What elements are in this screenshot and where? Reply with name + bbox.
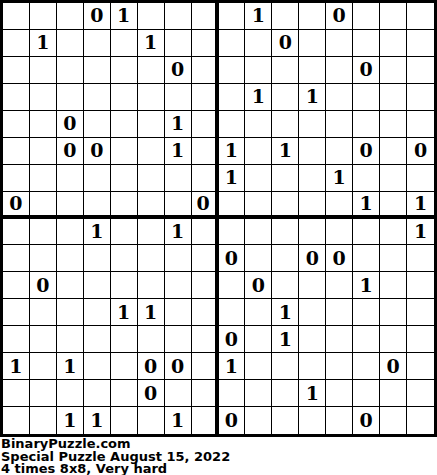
cell-r9c16[interactable]: 1 [407, 219, 434, 246]
cell-r16c16[interactable] [407, 407, 434, 434]
cell-r15c1[interactable] [3, 380, 30, 407]
cell-r14c8[interactable] [192, 353, 219, 380]
cell-r14c5[interactable] [111, 353, 138, 380]
cell-r10c2[interactable] [30, 245, 57, 272]
cell-r2c11[interactable]: 0 [272, 30, 299, 57]
cell-r14c16[interactable] [407, 353, 434, 380]
cell-r15c4[interactable] [84, 380, 111, 407]
cell-r1c10[interactable]: 1 [245, 3, 272, 30]
cell-r14c3[interactable]: 1 [57, 353, 84, 380]
cell-r2c12[interactable] [299, 30, 326, 57]
cell-r6c3[interactable]: 0 [57, 138, 84, 165]
cell-r4c5[interactable] [111, 84, 138, 111]
cell-r8c12[interactable] [299, 192, 326, 219]
board: 0110110001101001110011001111100000111101… [0, 0, 437, 437]
cell-r13c7[interactable] [165, 326, 192, 353]
cell-r8c16[interactable]: 1 [407, 192, 434, 219]
cell-r3c3[interactable] [57, 57, 84, 84]
cell-r6c14[interactable]: 0 [353, 138, 380, 165]
cell-r6c9[interactable]: 1 [219, 138, 246, 165]
cell-r8c9[interactable] [219, 192, 246, 219]
cell-r3c14[interactable]: 0 [353, 57, 380, 84]
cell-r6c2[interactable] [30, 138, 57, 165]
cell-r11c5[interactable] [111, 272, 138, 299]
cell-r12c3[interactable] [57, 299, 84, 326]
cell-r5c15[interactable] [380, 111, 407, 138]
cell-r3c6[interactable] [138, 57, 165, 84]
cell-r6c4[interactable]: 0 [84, 138, 111, 165]
cell-r13c12[interactable] [299, 326, 326, 353]
cell-r14c15[interactable]: 0 [380, 353, 407, 380]
cell-r16c5[interactable] [111, 407, 138, 434]
cell-r1c2[interactable] [30, 3, 57, 30]
cell-r11c14[interactable]: 1 [353, 272, 380, 299]
cell-r2c6[interactable]: 1 [138, 30, 165, 57]
cell-r4c9[interactable] [219, 84, 246, 111]
cell-r4c13[interactable] [326, 84, 353, 111]
cell-r7c3[interactable] [57, 165, 84, 192]
cell-r16c3[interactable]: 1 [57, 407, 84, 434]
cell-r3c10[interactable] [245, 57, 272, 84]
cell-r4c2[interactable] [30, 84, 57, 111]
cell-r3c11[interactable] [272, 57, 299, 84]
cell-r11c15[interactable] [380, 272, 407, 299]
cell-r15c14[interactable] [353, 380, 380, 407]
cell-r6c5[interactable] [111, 138, 138, 165]
cell-r3c9[interactable] [219, 57, 246, 84]
cell-r13c6[interactable] [138, 326, 165, 353]
cell-r15c9[interactable] [219, 380, 246, 407]
cell-r2c16[interactable] [407, 30, 434, 57]
cell-r15c15[interactable] [380, 380, 407, 407]
cell-r3c16[interactable] [407, 57, 434, 84]
cell-r5c8[interactable] [192, 111, 219, 138]
cell-r5c9[interactable] [219, 111, 246, 138]
cell-r15c5[interactable] [111, 380, 138, 407]
cell-r10c12[interactable]: 0 [299, 245, 326, 272]
cell-r14c1[interactable]: 1 [3, 353, 30, 380]
cell-r15c16[interactable] [407, 380, 434, 407]
cell-r14c2[interactable] [30, 353, 57, 380]
cell-r7c10[interactable] [245, 165, 272, 192]
cell-r10c1[interactable] [3, 245, 30, 272]
cell-r3c15[interactable] [380, 57, 407, 84]
cell-r5c14[interactable] [353, 111, 380, 138]
cell-r6c12[interactable] [299, 138, 326, 165]
cell-r11c3[interactable] [57, 272, 84, 299]
cell-r1c4[interactable]: 0 [84, 3, 111, 30]
cell-r2c15[interactable] [380, 30, 407, 57]
cell-r14c7[interactable]: 0 [165, 353, 192, 380]
cell-r12c4[interactable] [84, 299, 111, 326]
cell-r12c13[interactable] [326, 299, 353, 326]
cell-r9c13[interactable] [326, 219, 353, 246]
cell-r11c10[interactable]: 0 [245, 272, 272, 299]
cell-r2c2[interactable]: 1 [30, 30, 57, 57]
cell-r10c11[interactable] [272, 245, 299, 272]
cell-r3c5[interactable] [111, 57, 138, 84]
cell-r9c9[interactable] [219, 219, 246, 246]
cell-r4c14[interactable] [353, 84, 380, 111]
cell-r8c15[interactable] [380, 192, 407, 219]
cell-r15c7[interactable] [165, 380, 192, 407]
cell-r16c13[interactable] [326, 407, 353, 434]
cell-r10c7[interactable] [165, 245, 192, 272]
cell-r16c11[interactable] [272, 407, 299, 434]
cell-r16c6[interactable] [138, 407, 165, 434]
cell-r13c16[interactable] [407, 326, 434, 353]
cell-r8c13[interactable] [326, 192, 353, 219]
cell-r16c2[interactable] [30, 407, 57, 434]
cell-r7c8[interactable] [192, 165, 219, 192]
cell-r11c2[interactable]: 0 [30, 272, 57, 299]
cell-r16c1[interactable] [3, 407, 30, 434]
cell-r11c7[interactable] [165, 272, 192, 299]
cell-r9c2[interactable] [30, 219, 57, 246]
cell-r13c14[interactable] [353, 326, 380, 353]
cell-r12c15[interactable] [380, 299, 407, 326]
cell-r2c8[interactable] [192, 30, 219, 57]
cell-r12c14[interactable] [353, 299, 380, 326]
cell-r11c6[interactable] [138, 272, 165, 299]
cell-r2c4[interactable] [84, 30, 111, 57]
cell-r4c8[interactable] [192, 84, 219, 111]
cell-r8c11[interactable] [272, 192, 299, 219]
cell-r14c11[interactable] [272, 353, 299, 380]
cell-r8c1[interactable]: 0 [3, 192, 30, 219]
caption: BinaryPuzzle.com Special Puzzle August 1… [0, 437, 437, 475]
cell-r1c7[interactable] [165, 3, 192, 30]
cell-r5c16[interactable] [407, 111, 434, 138]
cell-r4c10[interactable]: 1 [245, 84, 272, 111]
cell-r10c3[interactable] [57, 245, 84, 272]
cell-r13c15[interactable] [380, 326, 407, 353]
cell-r16c7[interactable]: 1 [165, 407, 192, 434]
cell-r7c7[interactable] [165, 165, 192, 192]
cell-r13c8[interactable] [192, 326, 219, 353]
cell-r12c10[interactable] [245, 299, 272, 326]
cell-r1c1[interactable] [3, 3, 30, 30]
cell-r13c10[interactable] [245, 326, 272, 353]
cell-r1c11[interactable] [272, 3, 299, 30]
cell-r9c12[interactable] [299, 219, 326, 246]
cell-r15c6[interactable]: 0 [138, 380, 165, 407]
cell-r2c13[interactable] [326, 30, 353, 57]
cell-r9c14[interactable] [353, 219, 380, 246]
cell-r3c12[interactable] [299, 57, 326, 84]
cell-r7c1[interactable] [3, 165, 30, 192]
cell-r12c2[interactable] [30, 299, 57, 326]
cell-r4c15[interactable] [380, 84, 407, 111]
cell-r10c6[interactable] [138, 245, 165, 272]
cell-r6c1[interactable] [3, 138, 30, 165]
cell-r16c15[interactable] [380, 407, 407, 434]
cell-r9c6[interactable] [138, 219, 165, 246]
cell-r5c13[interactable] [326, 111, 353, 138]
cell-r6c11[interactable]: 1 [272, 138, 299, 165]
cell-r15c12[interactable]: 1 [299, 380, 326, 407]
cell-r1c3[interactable] [57, 3, 84, 30]
cell-r8c10[interactable] [245, 192, 272, 219]
cell-r14c14[interactable] [353, 353, 380, 380]
cell-r3c1[interactable] [3, 57, 30, 84]
cell-r10c15[interactable] [380, 245, 407, 272]
cell-r11c11[interactable] [272, 272, 299, 299]
cell-r7c11[interactable] [272, 165, 299, 192]
cell-r10c13[interactable]: 0 [326, 245, 353, 272]
cell-r14c13[interactable] [326, 353, 353, 380]
cell-r8c6[interactable] [138, 192, 165, 219]
cell-r1c12[interactable] [299, 3, 326, 30]
cell-r1c15[interactable] [380, 3, 407, 30]
cell-r16c12[interactable] [299, 407, 326, 434]
cell-r8c3[interactable] [57, 192, 84, 219]
cell-r12c1[interactable] [3, 299, 30, 326]
cell-r16c4[interactable]: 1 [84, 407, 111, 434]
cell-r2c9[interactable] [219, 30, 246, 57]
cell-r5c7[interactable]: 1 [165, 111, 192, 138]
cell-r7c15[interactable] [380, 165, 407, 192]
cell-r11c8[interactable] [192, 272, 219, 299]
cell-r2c10[interactable] [245, 30, 272, 57]
cell-r11c9[interactable] [219, 272, 246, 299]
cell-r14c6[interactable]: 0 [138, 353, 165, 380]
cell-r12c9[interactable] [219, 299, 246, 326]
cell-r7c5[interactable] [111, 165, 138, 192]
cell-r10c5[interactable] [111, 245, 138, 272]
cell-r4c12[interactable]: 1 [299, 84, 326, 111]
cell-r5c1[interactable] [3, 111, 30, 138]
cell-r15c2[interactable] [30, 380, 57, 407]
cell-r5c12[interactable] [299, 111, 326, 138]
cell-r8c7[interactable] [165, 192, 192, 219]
cell-r10c16[interactable] [407, 245, 434, 272]
cell-r5c2[interactable] [30, 111, 57, 138]
cell-r8c14[interactable]: 1 [353, 192, 380, 219]
cell-r3c7[interactable]: 0 [165, 57, 192, 84]
cell-r9c8[interactable] [192, 219, 219, 246]
cell-r15c3[interactable] [57, 380, 84, 407]
cell-r5c6[interactable] [138, 111, 165, 138]
cell-r14c4[interactable] [84, 353, 111, 380]
cell-r12c7[interactable] [165, 299, 192, 326]
cell-r6c6[interactable] [138, 138, 165, 165]
cell-r9c11[interactable] [272, 219, 299, 246]
cell-r7c16[interactable] [407, 165, 434, 192]
cell-r3c2[interactable] [30, 57, 57, 84]
cell-r7c4[interactable] [84, 165, 111, 192]
cell-r9c10[interactable] [245, 219, 272, 246]
cell-r14c9[interactable]: 1 [219, 353, 246, 380]
cell-r1c8[interactable] [192, 3, 219, 30]
cell-r10c10[interactable] [245, 245, 272, 272]
cell-r6c16[interactable]: 0 [407, 138, 434, 165]
cell-r11c13[interactable] [326, 272, 353, 299]
cell-r12c6[interactable]: 1 [138, 299, 165, 326]
cell-r13c13[interactable] [326, 326, 353, 353]
cell-r11c1[interactable] [3, 272, 30, 299]
cell-r5c3[interactable]: 0 [57, 111, 84, 138]
cell-r12c11[interactable]: 1 [272, 299, 299, 326]
cell-r6c8[interactable] [192, 138, 219, 165]
cell-r4c4[interactable] [84, 84, 111, 111]
cell-r15c8[interactable] [192, 380, 219, 407]
cell-r2c5[interactable] [111, 30, 138, 57]
cell-r14c12[interactable] [299, 353, 326, 380]
caption-subtitle: 4 times 8x8, Very hard [1, 463, 437, 475]
cell-r16c8[interactable] [192, 407, 219, 434]
cell-r1c13[interactable]: 0 [326, 3, 353, 30]
cell-r4c16[interactable] [407, 84, 434, 111]
cell-r1c6[interactable] [138, 3, 165, 30]
cell-r8c5[interactable] [111, 192, 138, 219]
cell-r4c11[interactable] [272, 84, 299, 111]
cell-r13c1[interactable] [3, 326, 30, 353]
cell-r4c7[interactable] [165, 84, 192, 111]
cell-r9c5[interactable] [111, 219, 138, 246]
cell-r13c5[interactable] [111, 326, 138, 353]
cell-r7c12[interactable] [299, 165, 326, 192]
cell-r3c4[interactable] [84, 57, 111, 84]
cell-r9c15[interactable] [380, 219, 407, 246]
cell-r2c3[interactable] [57, 30, 84, 57]
cell-r4c6[interactable] [138, 84, 165, 111]
cell-r12c5[interactable]: 1 [111, 299, 138, 326]
cell-r1c9[interactable] [219, 3, 246, 30]
cell-r12c16[interactable] [407, 299, 434, 326]
cell-r8c2[interactable] [30, 192, 57, 219]
cell-r4c3[interactable] [57, 84, 84, 111]
cell-r7c9[interactable]: 1 [219, 165, 246, 192]
cell-r7c13[interactable]: 1 [326, 165, 353, 192]
cell-r16c14[interactable]: 0 [353, 407, 380, 434]
cell-r6c10[interactable] [245, 138, 272, 165]
cell-r3c8[interactable] [192, 57, 219, 84]
cell-r13c11[interactable]: 1 [272, 326, 299, 353]
cell-r9c7[interactable]: 1 [165, 219, 192, 246]
cell-r7c14[interactable] [353, 165, 380, 192]
cell-r10c8[interactable] [192, 245, 219, 272]
cell-r16c9[interactable]: 0 [219, 407, 246, 434]
cell-r15c13[interactable] [326, 380, 353, 407]
cell-r12c12[interactable] [299, 299, 326, 326]
cell-r5c5[interactable] [111, 111, 138, 138]
cell-r9c1[interactable] [3, 219, 30, 246]
cell-r5c10[interactable] [245, 111, 272, 138]
cell-r10c9[interactable]: 0 [219, 245, 246, 272]
cell-r2c14[interactable] [353, 30, 380, 57]
cell-r8c8[interactable]: 0 [192, 192, 219, 219]
cell-r10c4[interactable] [84, 245, 111, 272]
cell-r12c8[interactable] [192, 299, 219, 326]
cell-r9c3[interactable] [57, 219, 84, 246]
cell-r1c14[interactable] [353, 3, 380, 30]
cell-r14c10[interactable] [245, 353, 272, 380]
cell-r10c14[interactable] [353, 245, 380, 272]
cell-r5c4[interactable] [84, 111, 111, 138]
cell-r15c11[interactable] [272, 380, 299, 407]
cell-r3c13[interactable] [326, 57, 353, 84]
cell-r4c1[interactable] [3, 84, 30, 111]
cell-r16c10[interactable] [245, 407, 272, 434]
cell-r11c4[interactable] [84, 272, 111, 299]
cell-r1c5[interactable]: 1 [111, 3, 138, 30]
cell-r15c10[interactable] [245, 380, 272, 407]
cell-r2c7[interactable] [165, 30, 192, 57]
cell-r7c2[interactable] [30, 165, 57, 192]
cell-r2c1[interactable] [3, 30, 30, 57]
cell-r6c13[interactable] [326, 138, 353, 165]
cell-r13c3[interactable] [57, 326, 84, 353]
cell-r6c15[interactable] [380, 138, 407, 165]
cell-r13c2[interactable] [30, 326, 57, 353]
cell-r1c16[interactable] [407, 3, 434, 30]
cell-r7c6[interactable] [138, 165, 165, 192]
cell-r8c4[interactable] [84, 192, 111, 219]
cell-r11c16[interactable] [407, 272, 434, 299]
cell-r13c9[interactable]: 0 [219, 326, 246, 353]
cell-r6c7[interactable]: 1 [165, 138, 192, 165]
page: 0110110001101001110011001111100000111101… [0, 0, 437, 475]
cell-r11c12[interactable] [299, 272, 326, 299]
cell-r5c11[interactable] [272, 111, 299, 138]
cell-r9c4[interactable]: 1 [84, 219, 111, 246]
cell-r13c4[interactable] [84, 326, 111, 353]
